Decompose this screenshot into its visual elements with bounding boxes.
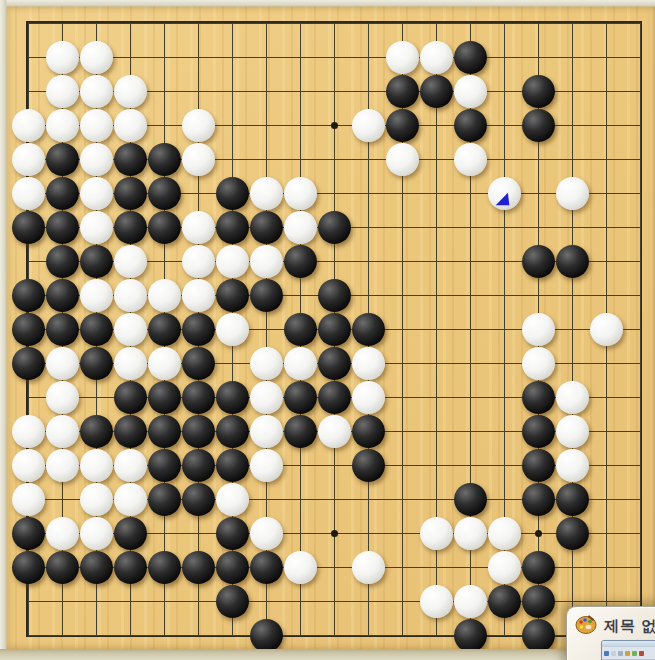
stone-white (182, 245, 215, 278)
stone-white (46, 41, 79, 74)
stone-white (216, 313, 249, 346)
stone-white (12, 483, 45, 516)
stone-white (114, 347, 147, 380)
stone-black (454, 109, 487, 142)
window-bottom-edge (0, 649, 655, 660)
stone-white (80, 143, 113, 176)
stone-black (522, 245, 555, 278)
stone-black (522, 585, 555, 618)
stone-black (114, 517, 147, 550)
stone-black (114, 415, 147, 448)
stone-white (556, 415, 589, 448)
stone-white (182, 143, 215, 176)
stone-white (114, 245, 147, 278)
stone-black (80, 551, 113, 584)
stone-black (318, 381, 351, 414)
stone-black (12, 347, 45, 380)
stone-white (114, 109, 147, 142)
stone-black (216, 517, 249, 550)
stone-white (556, 177, 589, 210)
stone-black (318, 211, 351, 244)
stone-black (148, 177, 181, 210)
stone-white (216, 483, 249, 516)
stone-white (80, 177, 113, 210)
stone-black (46, 177, 79, 210)
stone-white (284, 551, 317, 584)
window-thumbnail[interactable] (601, 640, 655, 660)
stone-white (250, 347, 283, 380)
stone-black (182, 449, 215, 482)
stone-white (80, 483, 113, 516)
stone-white (352, 347, 385, 380)
stone-white (420, 585, 453, 618)
stone-white (250, 381, 283, 414)
stone-white (12, 143, 45, 176)
stone-white (46, 449, 79, 482)
stone-black (148, 415, 181, 448)
stone-white (80, 109, 113, 142)
stone-white (80, 75, 113, 108)
stone-black (522, 75, 555, 108)
stone-black (182, 483, 215, 516)
stone-white (454, 75, 487, 108)
thumbnail-toolbar (602, 647, 655, 660)
stone-black (114, 381, 147, 414)
stone-white (12, 177, 45, 210)
stone-white (420, 41, 453, 74)
stone-white (114, 313, 147, 346)
star-point (331, 122, 338, 129)
stone-black (284, 381, 317, 414)
stone-black (12, 279, 45, 312)
stone-white (80, 279, 113, 312)
stone-black (148, 551, 181, 584)
stone-white (556, 449, 589, 482)
stone-white (80, 517, 113, 550)
stone-white (250, 245, 283, 278)
stone-black (522, 415, 555, 448)
stone-white (114, 75, 147, 108)
stone-black (488, 585, 521, 618)
stone-white (12, 109, 45, 142)
stone-black (148, 211, 181, 244)
stone-black (216, 211, 249, 244)
stone-white (318, 415, 351, 448)
stone-black (182, 347, 215, 380)
stone-white (488, 551, 521, 584)
stone-black (522, 381, 555, 414)
stone-black (148, 381, 181, 414)
stone-black (454, 619, 487, 652)
stone-black (216, 551, 249, 584)
stone-black (148, 449, 181, 482)
grid-line-vertical (640, 23, 641, 635)
stone-black (12, 211, 45, 244)
stone-black (522, 449, 555, 482)
stone-black (318, 313, 351, 346)
stone-black (46, 551, 79, 584)
stone-black (148, 483, 181, 516)
stone-white (182, 279, 215, 312)
stone-white (386, 143, 419, 176)
stone-white (148, 347, 181, 380)
stone-black (352, 449, 385, 482)
go-app-window: 제목 없음 (0, 0, 655, 660)
stone-black (46, 279, 79, 312)
popup-title: 제목 없음 (604, 617, 655, 636)
stone-black (216, 449, 249, 482)
stone-white (12, 449, 45, 482)
stone-black (148, 143, 181, 176)
stone-black (12, 313, 45, 346)
stone-white (522, 313, 555, 346)
stone-black (12, 551, 45, 584)
stone-black (284, 313, 317, 346)
stone-black (46, 143, 79, 176)
stone-white (420, 517, 453, 550)
stone-white (250, 517, 283, 550)
stone-black (114, 143, 147, 176)
stone-black (454, 483, 487, 516)
stone-white (80, 449, 113, 482)
stone-black (250, 211, 283, 244)
stone-white (488, 517, 521, 550)
stone-black (182, 381, 215, 414)
stone-black (80, 415, 113, 448)
stone-black (352, 415, 385, 448)
stone-black (318, 347, 351, 380)
stone-black (522, 483, 555, 516)
stone-white (12, 415, 45, 448)
stone-black (216, 585, 249, 618)
stone-black (80, 313, 113, 346)
stone-black (386, 109, 419, 142)
stone-white (182, 211, 215, 244)
taskbar-thumbnail-popup[interactable]: 제목 없음 (566, 606, 655, 660)
stone-black (182, 551, 215, 584)
stone-black (114, 211, 147, 244)
stone-black (556, 483, 589, 516)
stone-white (46, 517, 79, 550)
stone-white (114, 279, 147, 312)
stone-white (284, 177, 317, 210)
stone-black (352, 313, 385, 346)
stone-white (182, 109, 215, 142)
stone-white (250, 449, 283, 482)
stone-white (386, 41, 419, 74)
stone-black (284, 245, 317, 278)
stone-white (250, 177, 283, 210)
stone-black (284, 415, 317, 448)
stone-black (216, 279, 249, 312)
stone-black (522, 109, 555, 142)
stone-white (352, 551, 385, 584)
stone-white (522, 347, 555, 380)
stone-white (250, 415, 283, 448)
stone-black (46, 211, 79, 244)
stone-white (284, 347, 317, 380)
stone-black (250, 619, 283, 652)
stone-white (454, 143, 487, 176)
stone-white (454, 517, 487, 550)
stone-white (352, 381, 385, 414)
stone-white (352, 109, 385, 142)
stone-white (80, 211, 113, 244)
stone-black (522, 551, 555, 584)
stone-black (182, 313, 215, 346)
stone-white (46, 381, 79, 414)
stone-black (80, 347, 113, 380)
stone-black (114, 551, 147, 584)
stone-white (454, 585, 487, 618)
stone-black (46, 313, 79, 346)
stone-black (80, 245, 113, 278)
stone-white (216, 245, 249, 278)
star-point (535, 530, 542, 537)
stone-black (522, 619, 555, 652)
stone-white (148, 279, 181, 312)
stone-white (46, 415, 79, 448)
stone-black (182, 415, 215, 448)
stone-black (46, 245, 79, 278)
stone-white (46, 75, 79, 108)
stone-black (216, 415, 249, 448)
stone-black (216, 177, 249, 210)
stone-black (216, 381, 249, 414)
stone-white (46, 109, 79, 142)
stone-white (80, 41, 113, 74)
star-point (331, 530, 338, 537)
stone-black (148, 313, 181, 346)
stone-black (386, 75, 419, 108)
stone-black (420, 75, 453, 108)
stone-black (250, 551, 283, 584)
stone-white (46, 347, 79, 380)
stone-black (556, 245, 589, 278)
paint-palette-icon (575, 614, 597, 638)
stone-black (250, 279, 283, 312)
stone-white (114, 449, 147, 482)
stone-black (114, 177, 147, 210)
stone-black (454, 41, 487, 74)
stone-black (318, 279, 351, 312)
stone-black (12, 517, 45, 550)
stone-white (556, 381, 589, 414)
stone-white (284, 211, 317, 244)
stone-black (556, 517, 589, 550)
stone-white (114, 483, 147, 516)
stone-white (590, 313, 623, 346)
